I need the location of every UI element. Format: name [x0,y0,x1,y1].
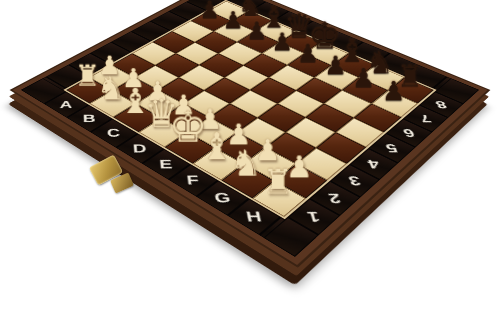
black-pawn-d7: ♟ [271,30,293,54]
rank-label-2-text: 2 [327,191,343,205]
file-label-e-text: E [159,158,173,170]
file-label-d-text: D [133,142,147,154]
white-bishop-f1: ♝ [200,128,233,165]
file-label-c-text: C [107,127,121,138]
black-pawn-g7: ♟ [352,65,375,91]
white-knight-g1: ♞ [230,146,262,182]
board-top-face: ABCDEFGH 87654321 ♜♞♝♛♚♝♞♜♟♟♟♟♟♟♟♟♟♟♟♟♟♟… [10,0,491,268]
chess-set-photo: ABCDEFGH 87654321 ♜♞♝♛♚♝♞♜♟♟♟♟♟♟♟♟♟♟♟♟♟♟… [0,0,500,334]
black-pawn-b7: ♟ [222,8,243,31]
black-pawn-a7: ♟ [199,0,220,22]
file-label-b-text: B [83,113,96,124]
file-label-g-text: G [213,191,231,204]
black-pawn-e7: ♟ [297,41,319,66]
rank-label-7-text: 7 [418,113,434,124]
rank-label-3-text: 3 [347,174,363,187]
black-pawn-f7: ♟ [324,53,347,78]
rank-label-4-text: 4 [366,158,382,170]
chess-board: ABCDEFGH 87654321 ♜♞♝♛♚♝♞♜♟♟♟♟♟♟♟♟♟♟♟♟♟♟… [10,0,491,268]
brass-clasp [88,156,136,198]
black-pawn-c7: ♟ [246,19,267,43]
file-label-a-text: A [60,99,73,109]
file-label-f-text: F [186,174,200,187]
file-label-h-text: H [245,209,263,223]
black-pawn-h7: ♟ [381,78,405,105]
rank-label-1-text: 1 [306,209,322,223]
white-rook-h1: ♜ [262,165,293,199]
rank-label-5-text: 5 [384,142,400,154]
rank-label-8-text: 8 [434,99,450,109]
rank-label-6-text: 6 [401,127,417,138]
